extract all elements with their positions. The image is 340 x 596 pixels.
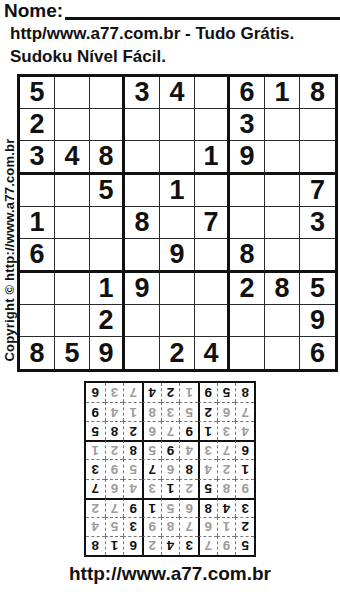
board-cell-r1c1: 5: [20, 77, 55, 109]
board-cell-r2c5: [160, 109, 195, 141]
solution-cell-r4c3: 5: [198, 479, 217, 498]
solution-cell-r6c7: 8: [123, 440, 142, 459]
solution-cell-r7c9: 5: [86, 421, 105, 440]
board-cell-r4c2: [55, 175, 90, 207]
board-cell-r8c1: [20, 305, 55, 337]
board-cell-r8c6: [195, 305, 230, 337]
solution-cell-r9c1: 8: [235, 383, 254, 402]
solution-cell-r5c8: 9: [105, 459, 124, 478]
board-cell-r2c9: [300, 109, 335, 141]
board-cell-r1c5: 4: [160, 77, 195, 109]
board-cell-r9c4: [125, 337, 160, 369]
board-cell-r9c6: 4: [195, 337, 230, 369]
board-cell-r7c2: [55, 273, 90, 305]
board-cell-r8c3: 2: [90, 305, 125, 337]
board-cell-r9c2: 5: [55, 337, 90, 369]
board-cell-r1c9: 8: [300, 77, 335, 109]
solution-cell-r7c4: 9: [179, 421, 198, 440]
solution-cell-r3c7: 9: [123, 498, 142, 517]
name-label: Nome:: [4, 1, 63, 20]
solution-cell-r6c3: 3: [198, 440, 217, 459]
solution-cell-r8c3: 2: [198, 402, 217, 421]
solution-cell-r7c3: 1: [198, 421, 217, 440]
board-cell-r3c9: [300, 141, 335, 175]
board-cell-r1c4: 3: [125, 77, 160, 109]
solution-cell-r2c1: 2: [235, 517, 254, 536]
board-cell-r4c1: [20, 175, 55, 207]
board-cell-r9c8: [265, 337, 300, 369]
solution-cell-r4c4: 2: [179, 479, 198, 498]
solution-cell-r5c6: 7: [142, 459, 161, 478]
board-cell-r6c3: [90, 239, 125, 273]
solution-cell-r9c4: 1: [179, 383, 198, 402]
solution-cell-r6c9: 1: [86, 440, 105, 459]
solution-cell-r5c9: 3: [86, 459, 105, 478]
solution-cell-r5c7: 5: [123, 459, 142, 478]
solution-cell-r3c1: 3: [235, 498, 254, 517]
puzzle-level-title: Sudoku Nível Fácil.: [10, 47, 166, 67]
solution-cell-r2c9: 4: [86, 517, 105, 536]
solution-cell-r1c6: 2: [142, 536, 161, 555]
solution-cell-r2c7: 3: [123, 517, 142, 536]
solution-cell-r1c5: 4: [161, 536, 180, 555]
board-cell-r9c5: 2: [160, 337, 195, 369]
solution-cell-r8c2: 6: [217, 402, 236, 421]
board-cell-r7c5: [160, 273, 195, 305]
board-cell-r3c7: 9: [230, 141, 265, 175]
solution-cell-r7c8: 8: [105, 421, 124, 440]
solution-cell-r8c6: 8: [142, 402, 161, 421]
board-cell-r5c7: [230, 207, 265, 239]
board-cell-r5c6: 7: [195, 207, 230, 239]
sudoku-board: 534618233481951718736981928529859246: [17, 74, 338, 372]
board-cell-r6c6: [195, 239, 230, 273]
solution-cell-r1c9: 8: [86, 536, 105, 555]
solution-cell-r1c4: 3: [179, 536, 198, 555]
solution-cell-r5c1: 1: [235, 459, 254, 478]
solution-cell-r7c5: 7: [161, 421, 180, 440]
board-cell-r9c1: 8: [20, 337, 55, 369]
solution-cell-r4c5: 1: [161, 479, 180, 498]
solution-cell-r9c9: 6: [86, 383, 105, 402]
board-cell-r3c6: 1: [195, 141, 230, 175]
board-cell-r5c2: [55, 207, 90, 239]
solution-cell-r3c4: 6: [179, 498, 198, 517]
footer-url: http://www.a77.com.br: [0, 563, 340, 585]
board-cell-r4c7: [230, 175, 265, 207]
board-cell-r2c2: [55, 109, 90, 141]
solution-cell-r4c8: 6: [105, 479, 124, 498]
solution-cell-r9c5: 2: [161, 383, 180, 402]
solution-cell-r2c6: 9: [142, 517, 161, 536]
board-cell-r4c3: 5: [90, 175, 125, 207]
board-cell-r1c2: [55, 77, 90, 109]
solution-cell-r3c3: 8: [198, 498, 217, 517]
board-cell-r7c7: 2: [230, 273, 265, 305]
board-cell-r8c8: [265, 305, 300, 337]
solution-cell-r3c6: 1: [142, 498, 161, 517]
board-cell-r1c7: 6: [230, 77, 265, 109]
board-cell-r4c9: 7: [300, 175, 335, 207]
solution-cell-r6c6: 5: [142, 440, 161, 459]
solution-cell-r1c2: 9: [217, 536, 236, 555]
board-cell-r7c1: [20, 273, 55, 305]
solution-cell-r9c8: 3: [105, 383, 124, 402]
board-cell-r7c8: 8: [265, 273, 300, 305]
board-cell-r5c5: [160, 207, 195, 239]
board-cell-r2c1: 2: [20, 109, 55, 141]
name-row: Nome:: [4, 1, 340, 20]
solution-cell-r3c2: 4: [217, 498, 236, 517]
board-cell-r8c5: [160, 305, 195, 337]
board-cell-r6c4: [125, 239, 160, 273]
board-cell-r6c9: [300, 239, 335, 273]
board-cell-r2c6: [195, 109, 230, 141]
solution-cell-r1c7: 6: [123, 536, 142, 555]
board-cell-r6c7: 8: [230, 239, 265, 273]
board-cell-r2c8: [265, 109, 300, 141]
sudoku-solution-board-upside-down: 5973426182167893543486519729852134671248…: [84, 381, 256, 557]
solution-cell-r8c9: 9: [86, 402, 105, 421]
board-cell-r3c3: 8: [90, 141, 125, 175]
board-cell-r1c8: 1: [265, 77, 300, 109]
solution-cell-r5c5: 6: [161, 459, 180, 478]
solution-cell-r1c8: 1: [105, 536, 124, 555]
board-cell-r8c9: 9: [300, 305, 335, 337]
board-cell-r3c1: 3: [20, 141, 55, 175]
board-cell-r8c2: [55, 305, 90, 337]
board-cell-r5c9: 3: [300, 207, 335, 239]
solution-cell-r8c4: 5: [179, 402, 198, 421]
board-cell-r2c7: 3: [230, 109, 265, 141]
solution-cell-r5c3: 4: [198, 459, 217, 478]
board-cell-r4c4: [125, 175, 160, 207]
solution-cell-r3c8: 7: [105, 498, 124, 517]
board-cell-r7c9: 5: [300, 273, 335, 305]
solution-cell-r9c3: 9: [198, 383, 217, 402]
board-cell-r8c7: [230, 305, 265, 337]
name-blank-line: [65, 1, 340, 20]
board-cell-r3c5: [160, 141, 195, 175]
board-cell-r6c5: 9: [160, 239, 195, 273]
board-cell-r6c1: 6: [20, 239, 55, 273]
solution-cell-r7c1: 4: [235, 421, 254, 440]
board-cell-r5c8: [265, 207, 300, 239]
solution-cell-r6c1: 6: [235, 440, 254, 459]
solution-cell-r8c5: 3: [161, 402, 180, 421]
board-cell-r1c3: [90, 77, 125, 109]
board-cell-r2c4: [125, 109, 160, 141]
solution-cell-r6c5: 9: [161, 440, 180, 459]
board-cell-r5c1: 1: [20, 207, 55, 239]
solution-cell-r5c4: 8: [179, 459, 198, 478]
solution-cell-r4c7: 4: [123, 479, 142, 498]
solution-cell-r8c1: 7: [235, 402, 254, 421]
solution-cell-r2c4: 7: [179, 517, 198, 536]
solution-cell-r4c1: 9: [235, 479, 254, 498]
board-cell-r7c4: 9: [125, 273, 160, 305]
solution-cell-r1c1: 5: [235, 536, 254, 555]
solution-cell-r7c6: 6: [142, 421, 161, 440]
solution-cell-r2c2: 1: [217, 517, 236, 536]
board-cell-r6c8: [265, 239, 300, 273]
site-tagline: http/www.a77.com.br - Tudo Grátis.: [10, 24, 294, 44]
board-cell-r7c6: [195, 273, 230, 305]
board-cell-r9c3: 9: [90, 337, 125, 369]
solution-cell-r8c7: 1: [123, 402, 142, 421]
board-cell-r1c6: [195, 77, 230, 109]
board-cell-r3c4: [125, 141, 160, 175]
solution-cell-r2c5: 8: [161, 517, 180, 536]
board-cell-r4c8: [265, 175, 300, 207]
solution-cell-r6c2: 7: [217, 440, 236, 459]
board-cell-r9c7: [230, 337, 265, 369]
board-cell-r5c3: [90, 207, 125, 239]
board-cell-r4c5: 1: [160, 175, 195, 207]
solution-cell-r5c2: 2: [217, 459, 236, 478]
solution-cell-r9c2: 5: [217, 383, 236, 402]
solution-cell-r7c2: 3: [217, 421, 236, 440]
solution-cell-r9c7: 7: [123, 383, 142, 402]
solution-cell-r9c6: 4: [142, 383, 161, 402]
solution-cell-r3c9: 2: [86, 498, 105, 517]
solution-cell-r4c2: 8: [217, 479, 236, 498]
solution-cell-r3c5: 5: [161, 498, 180, 517]
solution-cell-r6c4: 4: [179, 440, 198, 459]
solution-cell-r1c3: 7: [198, 536, 217, 555]
board-cell-r5c4: 8: [125, 207, 160, 239]
solution-cell-r4c9: 7: [86, 479, 105, 498]
board-cell-r6c2: [55, 239, 90, 273]
board-cell-r9c9: 6: [300, 337, 335, 369]
copyright-vertical-text: Copyright © http://www.a77.com.br: [2, 139, 17, 362]
board-cell-r3c8: [265, 141, 300, 175]
solution-cell-r2c8: 5: [105, 517, 124, 536]
solution-cell-r4c6: 3: [142, 479, 161, 498]
board-cell-r2c3: [90, 109, 125, 141]
solution-cell-r7c7: 2: [123, 421, 142, 440]
board-cell-r8c4: [125, 305, 160, 337]
board-cell-r3c2: 4: [55, 141, 90, 175]
solution-cell-r6c8: 2: [105, 440, 124, 459]
board-cell-r7c3: 1: [90, 273, 125, 305]
board-cell-r4c6: [195, 175, 230, 207]
solution-cell-r2c3: 6: [198, 517, 217, 536]
solution-cell-r8c8: 4: [105, 402, 124, 421]
